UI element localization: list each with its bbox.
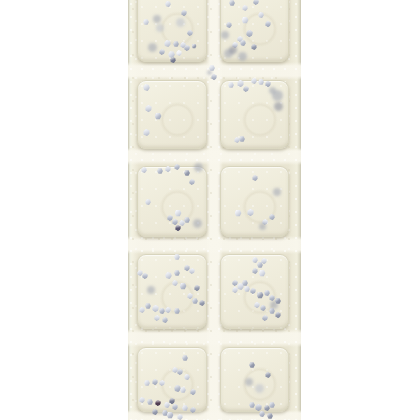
glitter-dot: [269, 87, 276, 94]
glitter-dot: [176, 18, 185, 27]
glitter-dot: [148, 43, 157, 52]
glitter-dot: [255, 384, 264, 393]
glitter-dot: [238, 52, 247, 61]
glitter-dot: [259, 223, 266, 230]
glitter-dot: [153, 15, 161, 23]
glitter-dot: [207, 70, 212, 75]
glitter-dot: [194, 163, 203, 172]
product-photo: [0, 0, 420, 420]
glitter-dot: [274, 102, 283, 111]
glitter-dot: [270, 301, 278, 309]
glitter-dot: [229, 46, 237, 54]
wax-segment-r5c2: [220, 347, 289, 412]
glitter-dot: [147, 286, 155, 294]
glitter-dot: [221, 31, 229, 39]
glitter-dot: [273, 188, 281, 196]
glitter-dot: [245, 378, 253, 386]
glitter-dot: [156, 24, 164, 32]
glitter-dot: [193, 219, 202, 228]
